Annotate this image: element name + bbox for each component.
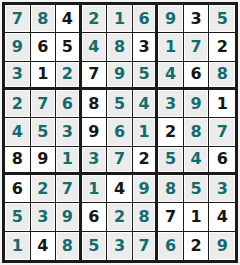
cell-r5c9[interactable]: 7 bbox=[209, 118, 235, 146]
cell-r2c2[interactable]: 6 bbox=[31, 33, 57, 61]
cell-r9c2[interactable]: 4 bbox=[31, 232, 57, 260]
cell-r4c6[interactable]: 4 bbox=[133, 90, 159, 118]
cell-r3c8[interactable]: 6 bbox=[184, 62, 210, 90]
cell-r9c4[interactable]: 5 bbox=[82, 232, 108, 260]
cell-r8c3[interactable]: 9 bbox=[56, 203, 82, 231]
cell-r2c6[interactable]: 3 bbox=[133, 33, 159, 61]
cell-r9c5[interactable]: 3 bbox=[107, 232, 133, 260]
cell-r2c1[interactable]: 9 bbox=[5, 33, 31, 61]
cell-r4c4[interactable]: 8 bbox=[82, 90, 108, 118]
cell-r5c4[interactable]: 9 bbox=[82, 118, 108, 146]
cell-r9c7[interactable]: 6 bbox=[158, 232, 184, 260]
cell-r8c7[interactable]: 7 bbox=[158, 203, 184, 231]
cell-r7c4[interactable]: 1 bbox=[82, 175, 108, 203]
cell-r2c8[interactable]: 7 bbox=[184, 33, 210, 61]
cell-r9c6[interactable]: 7 bbox=[133, 232, 159, 260]
cell-r3c3[interactable]: 2 bbox=[56, 62, 82, 90]
cell-r4c7[interactable]: 3 bbox=[158, 90, 184, 118]
cell-r1c2[interactable]: 8 bbox=[31, 5, 57, 33]
cell-r3c6[interactable]: 5 bbox=[133, 62, 159, 90]
cell-r1c8[interactable]: 3 bbox=[184, 5, 210, 33]
cell-r4c3[interactable]: 6 bbox=[56, 90, 82, 118]
cell-r3c5[interactable]: 9 bbox=[107, 62, 133, 90]
cell-r7c6[interactable]: 9 bbox=[133, 175, 159, 203]
cell-r2c4[interactable]: 4 bbox=[82, 33, 108, 61]
cell-r5c7[interactable]: 2 bbox=[158, 118, 184, 146]
cell-r8c1[interactable]: 5 bbox=[5, 203, 31, 231]
cell-r8c2[interactable]: 3 bbox=[31, 203, 57, 231]
cell-r7c3[interactable]: 7 bbox=[56, 175, 82, 203]
cell-r8c4[interactable]: 6 bbox=[82, 203, 108, 231]
cell-r3c9[interactable]: 8 bbox=[209, 62, 235, 90]
cell-r6c6[interactable]: 2 bbox=[133, 147, 159, 175]
cell-r4c9[interactable]: 1 bbox=[209, 90, 235, 118]
cell-r5c8[interactable]: 8 bbox=[184, 118, 210, 146]
cell-r1c1[interactable]: 7 bbox=[5, 5, 31, 33]
cell-r2c5[interactable]: 8 bbox=[107, 33, 133, 61]
cell-r6c5[interactable]: 7 bbox=[107, 147, 133, 175]
cell-r6c9[interactable]: 6 bbox=[209, 147, 235, 175]
cell-r1c9[interactable]: 5 bbox=[209, 5, 235, 33]
cell-r2c9[interactable]: 2 bbox=[209, 33, 235, 61]
cell-r4c1[interactable]: 2 bbox=[5, 90, 31, 118]
cell-r8c9[interactable]: 4 bbox=[209, 203, 235, 231]
cell-r1c3[interactable]: 4 bbox=[56, 5, 82, 33]
cell-r5c6[interactable]: 1 bbox=[133, 118, 159, 146]
cell-r9c8[interactable]: 2 bbox=[184, 232, 210, 260]
cell-r8c6[interactable]: 8 bbox=[133, 203, 159, 231]
cell-r4c8[interactable]: 9 bbox=[184, 90, 210, 118]
cell-r6c2[interactable]: 9 bbox=[31, 147, 57, 175]
cell-r9c9[interactable]: 9 bbox=[209, 232, 235, 260]
sudoku-outer-frame: 7842169359654831723127954682768543914539… bbox=[0, 0, 240, 265]
cell-r6c4[interactable]: 3 bbox=[82, 147, 108, 175]
cell-r7c5[interactable]: 4 bbox=[107, 175, 133, 203]
cell-r6c7[interactable]: 5 bbox=[158, 147, 184, 175]
cell-r6c1[interactable]: 8 bbox=[5, 147, 31, 175]
cell-r2c3[interactable]: 5 bbox=[56, 33, 82, 61]
cell-r1c7[interactable]: 9 bbox=[158, 5, 184, 33]
cell-r7c1[interactable]: 6 bbox=[5, 175, 31, 203]
cell-r9c1[interactable]: 1 bbox=[5, 232, 31, 260]
cell-r6c3[interactable]: 1 bbox=[56, 147, 82, 175]
cell-r3c7[interactable]: 4 bbox=[158, 62, 184, 90]
cell-r1c5[interactable]: 1 bbox=[107, 5, 133, 33]
cell-r3c1[interactable]: 3 bbox=[5, 62, 31, 90]
cell-r7c9[interactable]: 3 bbox=[209, 175, 235, 203]
cell-r7c8[interactable]: 5 bbox=[184, 175, 210, 203]
cell-r9c3[interactable]: 8 bbox=[56, 232, 82, 260]
cell-r4c2[interactable]: 7 bbox=[31, 90, 57, 118]
cell-r5c3[interactable]: 3 bbox=[56, 118, 82, 146]
cell-r2c7[interactable]: 1 bbox=[158, 33, 184, 61]
cell-r5c1[interactable]: 4 bbox=[5, 118, 31, 146]
cell-r1c4[interactable]: 2 bbox=[82, 5, 108, 33]
cell-r6c8[interactable]: 4 bbox=[184, 147, 210, 175]
cell-r3c2[interactable]: 1 bbox=[31, 62, 57, 90]
cell-r5c5[interactable]: 6 bbox=[107, 118, 133, 146]
cell-r7c2[interactable]: 2 bbox=[31, 175, 57, 203]
cell-r8c8[interactable]: 1 bbox=[184, 203, 210, 231]
cell-r1c6[interactable]: 6 bbox=[133, 5, 159, 33]
cell-r5c2[interactable]: 5 bbox=[31, 118, 57, 146]
cell-r4c5[interactable]: 5 bbox=[107, 90, 133, 118]
cell-r8c5[interactable]: 2 bbox=[107, 203, 133, 231]
cell-r7c7[interactable]: 8 bbox=[158, 175, 184, 203]
sudoku-board: 7842169359654831723127954682768543914539… bbox=[2, 2, 238, 263]
cell-r3c4[interactable]: 7 bbox=[82, 62, 108, 90]
